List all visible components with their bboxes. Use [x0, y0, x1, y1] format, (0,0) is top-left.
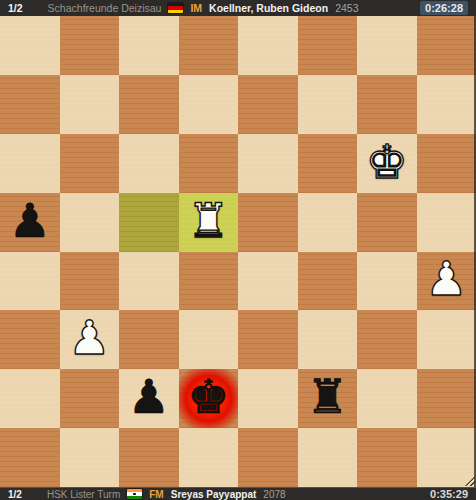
piece-white-pawn[interactable]: ♟	[425, 255, 467, 302]
square-g7[interactable]	[357, 75, 417, 134]
square-d5[interactable]: ♜	[179, 193, 239, 252]
india-flag-icon	[127, 489, 142, 499]
square-b6[interactable]	[60, 134, 120, 193]
square-g8[interactable]	[357, 16, 417, 75]
bottom-score: 1/2	[8, 489, 22, 500]
square-b4[interactable]	[60, 252, 120, 311]
square-c8[interactable]	[119, 16, 179, 75]
piece-black-rook[interactable]: ♜	[306, 373, 348, 420]
square-b8[interactable]	[60, 16, 120, 75]
bottom-player-bar: 1/2 HSK Lister Turm FM Sreyas Payyappat …	[0, 487, 476, 500]
square-c5[interactable]	[119, 193, 179, 252]
bottom-team-name: HSK Lister Turm	[47, 489, 120, 500]
piece-white-king[interactable]: ♚	[366, 138, 408, 185]
square-e6[interactable]	[238, 134, 298, 193]
broadcast-viewer: 1/2 Schachfreunde Deizisau IM Koellner, …	[0, 0, 476, 500]
square-e7[interactable]	[238, 75, 298, 134]
square-c2[interactable]: ♟	[119, 369, 179, 428]
square-e1[interactable]	[238, 428, 298, 487]
square-f8[interactable]	[298, 16, 358, 75]
chess-board: ♚♟♜♟♟♟♚♜	[0, 16, 476, 487]
square-h2[interactable]	[417, 369, 476, 428]
square-g2[interactable]	[357, 369, 417, 428]
square-d6[interactable]	[179, 134, 239, 193]
top-player-clock: 0:26:28	[420, 1, 468, 15]
square-b1[interactable]	[60, 428, 120, 487]
piece-black-king[interactable]: ♚	[187, 373, 229, 420]
square-a1[interactable]	[0, 428, 60, 487]
piece-black-pawn[interactable]: ♟	[9, 197, 51, 244]
square-h7[interactable]	[417, 75, 476, 134]
square-h6[interactable]	[417, 134, 476, 193]
square-d2[interactable]: ♚	[179, 369, 239, 428]
bottom-player-name: Sreyas Payyappat	[171, 489, 257, 500]
square-h8[interactable]	[417, 16, 476, 75]
square-d8[interactable]	[179, 16, 239, 75]
piece-white-pawn[interactable]: ♟	[68, 314, 110, 361]
square-e5[interactable]	[238, 193, 298, 252]
top-score: 1/2	[8, 2, 23, 14]
square-a8[interactable]	[0, 16, 60, 75]
square-f4[interactable]	[298, 252, 358, 311]
square-f1[interactable]	[298, 428, 358, 487]
top-player-bar: 1/2 Schachfreunde Deizisau IM Koellner, …	[0, 0, 476, 16]
square-g6[interactable]: ♚	[357, 134, 417, 193]
square-h3[interactable]	[417, 310, 476, 369]
square-b7[interactable]	[60, 75, 120, 134]
square-c7[interactable]	[119, 75, 179, 134]
bottom-player-rating: 2078	[263, 489, 285, 500]
square-a3[interactable]	[0, 310, 60, 369]
square-d4[interactable]	[179, 252, 239, 311]
square-f7[interactable]	[298, 75, 358, 134]
square-d3[interactable]	[179, 310, 239, 369]
square-a5[interactable]: ♟	[0, 193, 60, 252]
germany-flag-icon	[168, 3, 183, 13]
square-h5[interactable]	[417, 193, 476, 252]
square-g1[interactable]	[357, 428, 417, 487]
top-team-name: Schachfreunde Deizisau	[48, 2, 162, 14]
square-e8[interactable]	[238, 16, 298, 75]
square-g4[interactable]	[357, 252, 417, 311]
top-player-name: Koellner, Ruben Gideon	[209, 2, 328, 14]
square-g5[interactable]	[357, 193, 417, 252]
top-player-rating: 2453	[335, 2, 358, 14]
square-f2[interactable]: ♜	[298, 369, 358, 428]
square-c1[interactable]	[119, 428, 179, 487]
square-a4[interactable]	[0, 252, 60, 311]
square-f5[interactable]	[298, 193, 358, 252]
square-h4[interactable]: ♟	[417, 252, 476, 311]
piece-black-pawn[interactable]: ♟	[128, 373, 170, 420]
square-f3[interactable]	[298, 310, 358, 369]
square-e4[interactable]	[238, 252, 298, 311]
square-b3[interactable]: ♟	[60, 310, 120, 369]
square-e3[interactable]	[238, 310, 298, 369]
square-d1[interactable]	[179, 428, 239, 487]
square-b2[interactable]	[60, 369, 120, 428]
square-b5[interactable]	[60, 193, 120, 252]
square-e2[interactable]	[238, 369, 298, 428]
bottom-player-title: FM	[149, 489, 163, 500]
square-h1[interactable]	[417, 428, 476, 487]
bottom-player-clock: 0:35:29	[430, 488, 468, 500]
square-c3[interactable]	[119, 310, 179, 369]
square-f6[interactable]	[298, 134, 358, 193]
square-a7[interactable]	[0, 75, 60, 134]
square-d7[interactable]	[179, 75, 239, 134]
top-player-title: IM	[190, 2, 202, 14]
square-g3[interactable]	[357, 310, 417, 369]
square-a6[interactable]	[0, 134, 60, 193]
square-c4[interactable]	[119, 252, 179, 311]
square-c6[interactable]	[119, 134, 179, 193]
square-a2[interactable]	[0, 369, 60, 428]
piece-white-rook[interactable]: ♜	[187, 197, 229, 244]
